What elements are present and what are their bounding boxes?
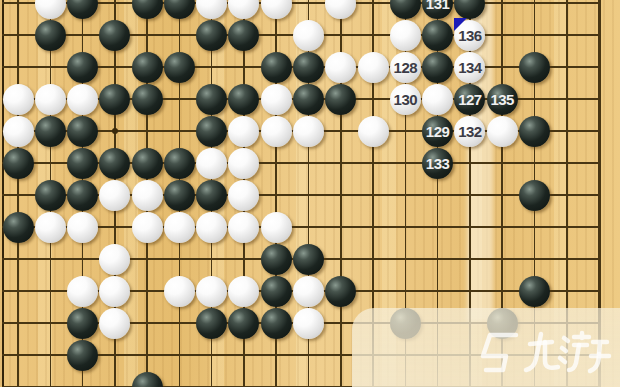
move-number-label: 134	[458, 60, 482, 75]
move-number-label: 128	[394, 60, 418, 75]
jiuyou-watermark-logo	[478, 329, 616, 381]
stone-black	[293, 52, 324, 83]
stone-white	[132, 212, 163, 243]
stone-white	[293, 308, 324, 339]
stone-white	[67, 212, 98, 243]
stone-black	[325, 276, 356, 307]
stone-black	[67, 116, 98, 147]
stone-black	[164, 180, 195, 211]
stone-black	[3, 212, 34, 243]
move-number-label: 132	[458, 124, 482, 139]
stone-white	[293, 276, 324, 307]
stone-black: 135	[487, 84, 518, 115]
stone-black	[132, 0, 163, 19]
logo-g-stroke	[483, 335, 516, 370]
stone-white	[228, 212, 259, 243]
stone-white	[196, 0, 227, 19]
stone-black	[132, 84, 163, 115]
stone-black	[164, 148, 195, 179]
stone-white	[196, 148, 227, 179]
stone-black	[67, 148, 98, 179]
stone-black	[67, 0, 98, 19]
stone-black	[35, 20, 66, 51]
stone-white	[422, 84, 453, 115]
stone-white	[35, 212, 66, 243]
stone-white	[358, 52, 389, 83]
stone-black	[293, 84, 324, 115]
go-board[interactable]: 131136128134130127135129132133	[0, 0, 620, 387]
stone-black	[35, 116, 66, 147]
stone-black	[67, 52, 98, 83]
stone-black	[67, 308, 98, 339]
star-point	[112, 128, 118, 134]
stone-white: 128	[390, 52, 421, 83]
stone-white	[132, 180, 163, 211]
stone-white	[99, 308, 130, 339]
stone-white	[261, 0, 292, 19]
stone-black	[99, 84, 130, 115]
move-number-label: 131	[426, 0, 450, 11]
stone-white: 132	[454, 116, 485, 147]
stone-white: 130	[390, 84, 421, 115]
move-number-label: 127	[458, 92, 482, 107]
stone-black	[325, 84, 356, 115]
stone-black	[196, 116, 227, 147]
stone-white	[358, 116, 389, 147]
stone-black	[293, 244, 324, 275]
stone-black: 131	[422, 0, 453, 19]
stone-white	[164, 276, 195, 307]
move-number-label: 135	[490, 92, 514, 107]
stone-black	[67, 180, 98, 211]
stone-black	[519, 52, 550, 83]
stone-black	[3, 148, 34, 179]
stone-black	[67, 340, 98, 371]
stone-black: 129	[422, 116, 453, 147]
stone-black	[132, 372, 163, 387]
stone-white	[325, 52, 356, 83]
stone-black	[99, 148, 130, 179]
stone-black	[261, 52, 292, 83]
stone-white	[228, 116, 259, 147]
stone-black	[35, 180, 66, 211]
stone-black	[99, 20, 130, 51]
stone-black	[261, 308, 292, 339]
stone-black	[196, 20, 227, 51]
stone-black	[196, 84, 227, 115]
stone-white	[228, 180, 259, 211]
move-number-label: 133	[426, 156, 450, 171]
stone-white: 136	[454, 20, 485, 51]
stone-black	[164, 52, 195, 83]
stone-white	[228, 276, 259, 307]
stone-black	[132, 148, 163, 179]
stone-black	[196, 308, 227, 339]
stone-white	[99, 244, 130, 275]
stone-black	[132, 52, 163, 83]
stone-black	[519, 276, 550, 307]
stone-black	[228, 84, 259, 115]
stone-black	[390, 0, 421, 19]
stone-white	[67, 276, 98, 307]
stone-white	[35, 84, 66, 115]
stone-white	[261, 116, 292, 147]
stone-black	[164, 0, 195, 19]
stone-black	[196, 180, 227, 211]
last-move-marker	[454, 18, 467, 31]
stone-white	[228, 0, 259, 19]
stone-white	[325, 0, 356, 19]
stone-white	[67, 84, 98, 115]
move-number-label: 129	[426, 124, 450, 139]
stone-white	[228, 148, 259, 179]
stone-black	[519, 116, 550, 147]
stone-white	[196, 276, 227, 307]
stone-white	[293, 20, 324, 51]
stone-black	[422, 20, 453, 51]
stone-black	[261, 276, 292, 307]
stone-black	[422, 52, 453, 83]
stone-white	[261, 84, 292, 115]
stone-white	[3, 116, 34, 147]
stone-white	[99, 276, 130, 307]
stone-black	[228, 308, 259, 339]
stone-black: 133	[422, 148, 453, 179]
stone-white	[293, 116, 324, 147]
stone-white	[99, 180, 130, 211]
stone-white	[164, 212, 195, 243]
stone-black	[261, 244, 292, 275]
stone-black	[228, 20, 259, 51]
stone-white	[3, 84, 34, 115]
stone-white	[487, 116, 518, 147]
stone-white	[390, 20, 421, 51]
stone-white	[196, 212, 227, 243]
stone-black	[519, 180, 550, 211]
stone-white	[35, 0, 66, 19]
move-number-label: 130	[394, 92, 418, 107]
stone-black: 127	[454, 84, 485, 115]
stone-white: 134	[454, 52, 485, 83]
stone-white	[261, 212, 292, 243]
